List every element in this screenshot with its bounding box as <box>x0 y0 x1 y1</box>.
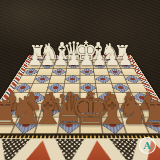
photo-stage: ♜♞♝♛♚♝♞♜♟♟♟♟♟♟♟♟♟♟♟♟♟♟♟♟♜♞♝♛♚♝♞♜ A <box>0 0 160 160</box>
white-p-piece[interactable]: ♟ <box>118 51 133 68</box>
logo-letter: A <box>144 140 152 151</box>
watermark-logo: A <box>139 137 156 154</box>
brown-r-piece[interactable]: ♜ <box>140 96 160 130</box>
pieces-layer: ♜♞♝♛♚♝♞♜♟♟♟♟♟♟♟♟♟♟♟♟♟♟♟♟♜♞♝♛♚♝♞♜ <box>0 0 160 160</box>
